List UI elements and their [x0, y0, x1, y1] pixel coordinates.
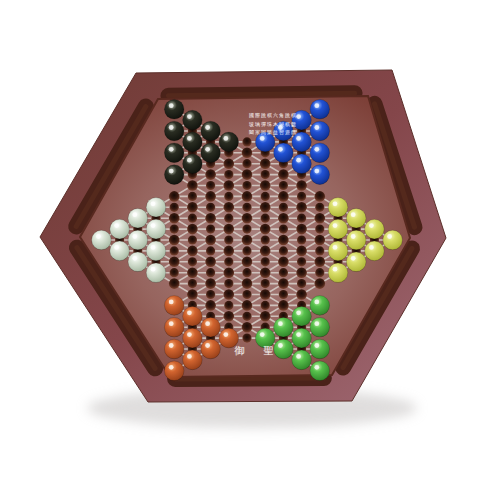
decorative-hole: [224, 214, 233, 223]
marble-highlight: [187, 354, 192, 359]
board-hole[interactable]: [224, 246, 235, 257]
decorative-hole: [297, 279, 306, 288]
decorative-hole: [224, 192, 233, 201]
board-hole[interactable]: [242, 235, 253, 246]
marble-highlight: [114, 245, 119, 250]
decorative-hole: [206, 246, 215, 255]
marble-highlight: [278, 147, 283, 152]
decorative-hole: [261, 257, 270, 266]
marble-highlight: [369, 223, 374, 228]
marble-trough-highlight: [168, 93, 354, 96]
board-hole[interactable]: [260, 180, 271, 191]
marble-blue[interactable]: [310, 165, 330, 185]
marble-highlight: [296, 354, 301, 359]
decorative-hole: [188, 279, 197, 288]
decorative-hole: [242, 334, 251, 343]
decorative-hole: [242, 181, 251, 190]
decorative-hole: [224, 257, 233, 266]
marble-green[interactable]: [310, 339, 330, 359]
decorative-hole: [224, 170, 233, 179]
decorative-hole: [242, 312, 251, 321]
marble-yellow[interactable]: [346, 208, 366, 228]
board-hole[interactable]: [224, 202, 235, 213]
board-hole[interactable]: [260, 267, 271, 278]
marble-highlight: [314, 103, 319, 108]
marble-highlight: [169, 147, 174, 152]
marble-highlight: [333, 223, 338, 228]
decorative-hole: [279, 203, 288, 212]
board-hole[interactable]: [315, 191, 326, 202]
board-hole[interactable]: [224, 311, 235, 322]
marble-green[interactable]: [310, 361, 330, 381]
decorative-hole: [170, 203, 179, 212]
marble-highlight: [187, 310, 192, 315]
marble-white[interactable]: [110, 219, 130, 239]
marble-highlight: [151, 245, 156, 250]
marble-highlight: [169, 343, 174, 348]
board-hole[interactable]: [187, 202, 198, 213]
board-hole[interactable]: [296, 289, 307, 300]
board-hole[interactable]: [242, 278, 253, 289]
board-hole[interactable]: [205, 257, 216, 268]
decorative-hole: [297, 257, 306, 266]
decorative-hole: [261, 170, 270, 179]
marble-highlight: [132, 234, 137, 239]
board-hole[interactable]: [187, 267, 198, 278]
marble-highlight: [278, 321, 283, 326]
board-hole[interactable]: [242, 191, 253, 202]
board-hole[interactable]: [278, 191, 289, 202]
marble-green[interactable]: [292, 350, 312, 370]
decorative-hole: [188, 214, 197, 223]
marble-orange[interactable]: [164, 317, 184, 337]
marble-black[interactable]: [164, 143, 184, 163]
marble-highlight: [169, 103, 174, 108]
board-hole[interactable]: [296, 246, 307, 257]
marble-yellow[interactable]: [328, 219, 348, 239]
decorative-hole: [224, 301, 233, 310]
decorative-hole: [170, 225, 179, 234]
marble-highlight: [151, 267, 156, 272]
decorative-hole: [170, 246, 179, 255]
board-hole[interactable]: [205, 169, 216, 180]
marble-white[interactable]: [128, 252, 148, 272]
decorative-hole: [315, 246, 324, 255]
marble-black[interactable]: [201, 143, 221, 163]
board-hole[interactable]: [187, 289, 198, 300]
board-hole[interactable]: [169, 235, 180, 246]
marble-highlight: [333, 201, 338, 206]
decorative-hole: [315, 225, 324, 234]
marble-orange[interactable]: [164, 296, 184, 316]
decorative-hole: [279, 181, 288, 190]
marble-highlight: [351, 234, 356, 239]
marble-highlight: [96, 234, 101, 239]
fine-print-text: 國際跳棋六角跳棋 玻璃彈珠木製棋盤 闔家同樂益智遊戲: [140, 111, 297, 137]
marble-highlight: [314, 343, 319, 348]
marble-highlight: [151, 223, 156, 228]
marble-orange[interactable]: [183, 328, 203, 348]
decorative-hole: [242, 290, 251, 299]
marble-blue[interactable]: [310, 143, 330, 163]
marble-orange[interactable]: [183, 350, 203, 370]
board-hole[interactable]: [205, 235, 216, 246]
decorative-hole: [297, 235, 306, 244]
decorative-hole: [261, 279, 270, 288]
board-hole[interactable]: [242, 213, 253, 224]
fine-print-line: 國際跳棋六角跳棋: [140, 111, 297, 120]
marble-highlight: [314, 321, 319, 326]
marble-highlight: [333, 267, 338, 272]
board-hole[interactable]: [169, 213, 180, 224]
marble-orange[interactable]: [183, 307, 203, 327]
board-hole[interactable]: [278, 300, 289, 311]
marble-highlight: [351, 256, 356, 261]
marble-highlight: [132, 212, 137, 217]
marble-yellow[interactable]: [365, 241, 385, 261]
marble-highlight: [205, 147, 210, 152]
marble-white[interactable]: [110, 241, 130, 261]
board-hole[interactable]: [187, 180, 198, 191]
marble-highlight: [314, 300, 319, 305]
board-hole[interactable]: [169, 278, 180, 289]
marble-highlight: [114, 223, 119, 228]
board-hole[interactable]: [296, 267, 307, 278]
decorative-hole: [315, 268, 324, 277]
decorative-hole: [279, 225, 288, 234]
decorative-hole: [206, 181, 215, 190]
decorative-hole: [242, 159, 251, 168]
board-hole[interactable]: [296, 202, 307, 213]
decorative-hole: [279, 290, 288, 299]
board-hole[interactable]: [278, 257, 289, 268]
decorative-hole: [297, 214, 306, 223]
marble-yellow[interactable]: [346, 230, 366, 250]
board-hole[interactable]: [224, 180, 235, 191]
board-hole[interactable]: [205, 278, 216, 289]
decorative-hole: [206, 290, 215, 299]
board-hole[interactable]: [260, 202, 271, 213]
board-hole[interactable]: [187, 224, 198, 235]
marble-highlight: [223, 136, 228, 141]
board-hole[interactable]: [205, 300, 216, 311]
marble-orange[interactable]: [201, 339, 221, 359]
board-hole[interactable]: [224, 158, 235, 169]
marble-blue[interactable]: [292, 154, 312, 174]
board-hole[interactable]: [315, 213, 326, 224]
board-hole[interactable]: [224, 289, 235, 300]
decorative-hole: [242, 268, 251, 277]
marble-highlight: [169, 300, 174, 305]
marble-highlight: [187, 158, 192, 163]
board-hole[interactable]: [315, 278, 326, 289]
marble-highlight: [260, 332, 265, 337]
decorative-hole: [224, 235, 233, 244]
board-hole[interactable]: [296, 224, 307, 235]
decorative-hole: [206, 268, 215, 277]
marble-black[interactable]: [183, 154, 203, 174]
fine-print-line: 闔家同樂益智遊戲: [140, 128, 297, 137]
decorative-hole: [242, 137, 251, 146]
board-hole[interactable]: [315, 235, 326, 246]
decorative-hole: [206, 225, 215, 234]
decorative-hole: [261, 192, 270, 201]
board-hole[interactable]: [224, 224, 235, 235]
marble-green[interactable]: [310, 296, 330, 316]
board-hole[interactable]: [242, 322, 253, 333]
decorative-hole: [170, 268, 179, 277]
board-hole[interactable]: [205, 191, 216, 202]
decorative-hole: [261, 214, 270, 223]
decorative-hole: [279, 268, 288, 277]
marble-orange[interactable]: [164, 339, 184, 359]
marble-highlight: [169, 169, 174, 174]
board-hole[interactable]: [278, 169, 289, 180]
marble-highlight: [187, 136, 192, 141]
marble-black[interactable]: [164, 165, 184, 185]
board-hole[interactable]: [242, 148, 253, 159]
marble-highlight: [296, 310, 301, 315]
marble-green[interactable]: [310, 317, 330, 337]
board-hole[interactable]: [169, 257, 180, 268]
marble-highlight: [151, 201, 156, 206]
marble-white[interactable]: [146, 219, 166, 239]
chinese-checkers-board: [0, 0, 500, 500]
decorative-hole: [188, 235, 197, 244]
marble-white[interactable]: [92, 230, 112, 250]
decorative-hole: [297, 192, 306, 201]
decorative-hole: [315, 203, 324, 212]
board-hole[interactable]: [260, 224, 271, 235]
decorative-hole: [188, 257, 197, 266]
board-hole[interactable]: [224, 267, 235, 278]
board-hole[interactable]: [242, 257, 253, 268]
marble-highlight: [314, 125, 319, 130]
decorative-hole: [206, 203, 215, 212]
decorative-hole: [242, 246, 251, 255]
marble-yellow[interactable]: [328, 198, 348, 218]
marble-green[interactable]: [292, 307, 312, 327]
marble-green[interactable]: [274, 317, 294, 337]
marble-yellow[interactable]: [383, 230, 403, 250]
board-hole[interactable]: [278, 235, 289, 246]
marble-blue[interactable]: [310, 99, 330, 119]
marble-highlight: [187, 332, 192, 337]
board-hole[interactable]: [260, 311, 271, 322]
decorative-hole: [279, 246, 288, 255]
marble-highlight: [205, 321, 210, 326]
marble-highlight: [169, 365, 174, 370]
marble-yellow[interactable]: [346, 252, 366, 272]
marble-green[interactable]: [292, 328, 312, 348]
marble-blue[interactable]: [274, 143, 294, 163]
marble-white[interactable]: [128, 230, 148, 250]
product-photo-scene: 國際跳棋六角跳棋 玻璃彈珠木製棋盤 闔家同樂益智遊戲 御 聖: [0, 0, 500, 500]
decorative-hole: [242, 203, 251, 212]
board-hole[interactable]: [278, 213, 289, 224]
marble-trough-highlight: [175, 378, 324, 379]
board-hole[interactable]: [260, 246, 271, 257]
board-hole[interactable]: [242, 169, 253, 180]
decorative-hole: [242, 225, 251, 234]
decorative-hole: [224, 279, 233, 288]
marble-highlight: [333, 245, 338, 250]
marble-orange[interactable]: [164, 361, 184, 381]
marble-highlight: [169, 321, 174, 326]
board-hole[interactable]: [260, 158, 271, 169]
board-hole[interactable]: [315, 257, 326, 268]
marble-highlight: [296, 332, 301, 337]
marble-highlight: [296, 136, 301, 141]
board-hole[interactable]: [187, 246, 198, 257]
marble-orange[interactable]: [201, 317, 221, 337]
marble-white[interactable]: [146, 263, 166, 283]
marble-highlight: [296, 158, 301, 163]
board-hole[interactable]: [242, 300, 253, 311]
marble-highlight: [132, 256, 137, 261]
marble-highlight: [260, 136, 265, 141]
decorative-hole: [261, 235, 270, 244]
marble-highlight: [387, 234, 392, 239]
decorative-hole: [188, 192, 197, 201]
fine-print-line: 玻璃彈珠木製棋盤: [140, 120, 297, 129]
marble-white[interactable]: [146, 241, 166, 261]
marble-white[interactable]: [146, 198, 166, 218]
marble-yellow[interactable]: [328, 263, 348, 283]
marble-highlight: [314, 169, 319, 174]
marble-highlight: [314, 365, 319, 370]
marble-white[interactable]: [128, 208, 148, 228]
board-hole[interactable]: [205, 213, 216, 224]
marble-yellow[interactable]: [365, 219, 385, 239]
brand-label: 御 聖: [226, 344, 282, 358]
marble-blue[interactable]: [310, 121, 330, 141]
board-hole[interactable]: [278, 278, 289, 289]
marble-highlight: [205, 343, 210, 348]
marble-highlight: [314, 147, 319, 152]
marble-highlight: [223, 332, 228, 337]
board-hole[interactable]: [169, 191, 180, 202]
marble-yellow[interactable]: [328, 241, 348, 261]
board-hole[interactable]: [296, 180, 307, 191]
board-hole[interactable]: [260, 289, 271, 300]
marble-highlight: [351, 212, 356, 217]
marble-highlight: [369, 245, 374, 250]
decorative-hole: [261, 301, 270, 310]
